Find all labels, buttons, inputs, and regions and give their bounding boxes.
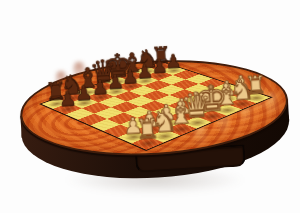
chess-piece-black-rook: ♜ <box>141 23 180 67</box>
piece-shadow <box>135 138 162 149</box>
chess-set-photo: ♜♞♝♛♚♝♞♜♟♟♟♟♟♟♟♟♟♟♟♟♟♟♟♟♜♞♝♛♚♝♞♜ <box>0 0 300 213</box>
round-chess-box: ♜♞♝♛♚♝♞♜♟♟♟♟♟♟♟♟♟♟♟♟♟♟♟♟♜♞♝♛♚♝♞♜ <box>0 0 300 213</box>
board-perspective-wrap: ♜♞♝♛♚♝♞♜♟♟♟♟♟♟♟♟♟♟♟♟♟♟♟♟♜♞♝♛♚♝♞♜ <box>67 13 243 189</box>
piece-shadow <box>200 112 225 122</box>
square-c6 <box>98 97 126 108</box>
gloss-reflection <box>56 71 67 90</box>
piece-shadow <box>201 100 225 109</box>
